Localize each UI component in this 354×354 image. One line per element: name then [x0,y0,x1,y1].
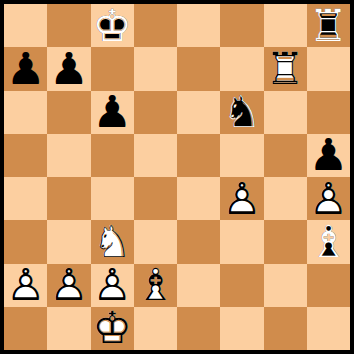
square-f2[interactable] [220,264,263,307]
white-rook-icon: ♜ [264,47,307,90]
square-d6[interactable] [134,91,177,134]
square-d4[interactable] [134,177,177,220]
black-bishop-icon: ♝ [307,220,350,263]
square-a3[interactable] [4,220,47,263]
chess-board: ♚♔♜♖♟♙♟♙♜♖♟♙♞♘♟♙♟♙♟♙♞♘♝♗♟♙♟♙♟♙♝♗♚♔ [4,4,350,350]
square-g1[interactable] [264,307,307,350]
white-pawn[interactable]: ♟♙ [220,177,263,220]
black-knight[interactable]: ♞♘ [220,91,263,134]
white-pawn-detail-icon: ♙ [47,264,90,307]
white-pawn-detail-icon: ♙ [307,177,350,220]
square-f8[interactable] [220,4,263,47]
square-d8[interactable] [134,4,177,47]
white-pawn[interactable]: ♟♙ [91,264,134,307]
square-h1[interactable] [307,307,350,350]
white-pawn[interactable]: ♟♙ [47,264,90,307]
square-c5[interactable] [91,134,134,177]
white-rook[interactable]: ♜♖ [264,47,307,90]
square-g2[interactable] [264,264,307,307]
white-knight-detail-icon: ♘ [91,220,134,263]
black-pawn[interactable]: ♟♙ [4,47,47,90]
square-g4[interactable] [264,177,307,220]
black-pawn-icon: ♟ [4,47,47,90]
black-rook[interactable]: ♜♖ [307,4,350,47]
square-a8[interactable] [4,4,47,47]
white-pawn[interactable]: ♟♙ [307,177,350,220]
square-b6[interactable] [47,91,90,134]
white-pawn-icon: ♟ [47,264,90,307]
white-pawn-icon: ♟ [4,264,47,307]
square-e4[interactable] [177,177,220,220]
white-king[interactable]: ♚♔ [91,307,134,350]
white-knight-icon: ♞ [91,220,134,263]
white-bishop-detail-icon: ♗ [134,264,177,307]
square-e3[interactable] [177,220,220,263]
square-b2[interactable]: ♟♙ [47,264,90,307]
square-g6[interactable] [264,91,307,134]
square-h5[interactable]: ♟♙ [307,134,350,177]
white-pawn[interactable]: ♟♙ [4,264,47,307]
black-knight-icon: ♞ [220,91,263,134]
square-d1[interactable] [134,307,177,350]
square-c4[interactable] [91,177,134,220]
square-d5[interactable] [134,134,177,177]
black-pawn[interactable]: ♟♙ [47,47,90,90]
square-e8[interactable] [177,4,220,47]
white-pawn-icon: ♟ [220,177,263,220]
square-c3[interactable]: ♞♘ [91,220,134,263]
white-pawn-detail-icon: ♙ [220,177,263,220]
black-pawn-icon: ♟ [307,134,350,177]
black-king[interactable]: ♚♔ [91,4,134,47]
square-f7[interactable] [220,47,263,90]
square-f1[interactable] [220,307,263,350]
black-pawn-icon: ♟ [91,91,134,134]
square-c2[interactable]: ♟♙ [91,264,134,307]
black-bishop[interactable]: ♝♗ [307,220,350,263]
square-c1[interactable]: ♚♔ [91,307,134,350]
white-rook-detail-icon: ♖ [264,47,307,90]
square-a4[interactable] [4,177,47,220]
square-b8[interactable] [47,4,90,47]
square-g3[interactable] [264,220,307,263]
square-g5[interactable] [264,134,307,177]
square-f4[interactable]: ♟♙ [220,177,263,220]
square-a6[interactable] [4,91,47,134]
square-b3[interactable] [47,220,90,263]
square-f6[interactable]: ♞♘ [220,91,263,134]
white-knight[interactable]: ♞♘ [91,220,134,263]
square-c7[interactable] [91,47,134,90]
square-h3[interactable]: ♝♗ [307,220,350,263]
black-pawn[interactable]: ♟♙ [91,91,134,134]
square-d3[interactable] [134,220,177,263]
square-a2[interactable]: ♟♙ [4,264,47,307]
white-bishop-icon: ♝ [134,264,177,307]
black-king-icon: ♚ [91,4,134,47]
black-king-detail-icon: ♔ [91,4,134,47]
white-pawn-detail-icon: ♙ [91,264,134,307]
square-a5[interactable] [4,134,47,177]
square-c6[interactable]: ♟♙ [91,91,134,134]
square-e6[interactable] [177,91,220,134]
square-f5[interactable] [220,134,263,177]
square-d2[interactable]: ♝♗ [134,264,177,307]
black-pawn-icon: ♟ [47,47,90,90]
black-rook-icon: ♜ [307,4,350,47]
square-b5[interactable] [47,134,90,177]
square-e2[interactable] [177,264,220,307]
black-pawn[interactable]: ♟♙ [307,134,350,177]
black-rook-detail-icon: ♖ [307,4,350,47]
square-h6[interactable] [307,91,350,134]
square-b1[interactable] [47,307,90,350]
square-e5[interactable] [177,134,220,177]
white-king-icon: ♚ [91,307,134,350]
board-frame: ♚♔♜♖♟♙♟♙♜♖♟♙♞♘♟♙♟♙♟♙♞♘♝♗♟♙♟♙♟♙♝♗♚♔ [0,0,354,354]
square-h7[interactable] [307,47,350,90]
white-king-detail-icon: ♔ [91,307,134,350]
square-g7[interactable]: ♜♖ [264,47,307,90]
square-f3[interactable] [220,220,263,263]
square-e7[interactable] [177,47,220,90]
square-g8[interactable] [264,4,307,47]
square-h8[interactable]: ♜♖ [307,4,350,47]
white-bishop[interactable]: ♝♗ [134,264,177,307]
white-pawn-icon: ♟ [91,264,134,307]
square-e1[interactable] [177,307,220,350]
white-pawn-detail-icon: ♙ [4,264,47,307]
square-b7[interactable]: ♟♙ [47,47,90,90]
square-h2[interactable] [307,264,350,307]
white-pawn-icon: ♟ [307,177,350,220]
square-c8[interactable]: ♚♔ [91,4,134,47]
square-b4[interactable] [47,177,90,220]
square-a7[interactable]: ♟♙ [4,47,47,90]
square-h4[interactable]: ♟♙ [307,177,350,220]
square-d7[interactable] [134,47,177,90]
square-a1[interactable] [4,307,47,350]
black-bishop-detail-icon: ♗ [307,220,350,263]
black-knight-detail-icon: ♘ [220,91,263,134]
